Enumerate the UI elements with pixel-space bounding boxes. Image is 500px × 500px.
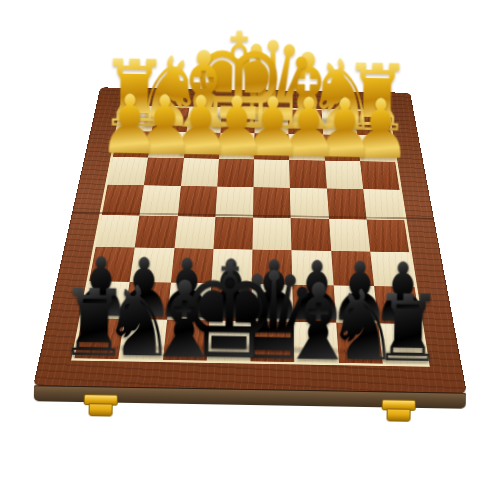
square-h6 xyxy=(89,247,135,282)
square-g5 xyxy=(135,215,177,248)
square-h4 xyxy=(102,185,144,215)
square-d1 xyxy=(254,109,288,134)
square-c7 xyxy=(293,285,336,323)
square-a5 xyxy=(366,219,409,252)
square-a6 xyxy=(370,251,415,286)
square-f1 xyxy=(186,108,222,133)
square-b7 xyxy=(333,285,378,323)
square-b4 xyxy=(327,189,367,220)
square-d7 xyxy=(251,284,293,322)
square-e8 xyxy=(206,320,251,361)
square-e7 xyxy=(209,283,252,321)
square-f4 xyxy=(177,186,217,216)
board-squares xyxy=(71,105,430,367)
square-e4 xyxy=(215,187,253,218)
square-c6 xyxy=(292,250,334,285)
square-f8 xyxy=(162,320,208,361)
square-e6 xyxy=(211,249,252,284)
chess-set-photo: ♜♞♝♛♚♝♞♜♟♟♟♟♟♟♟♟♟♟♟♟♟♟♟♟♜♞♝♛♚♝♞♜ xyxy=(0,0,500,500)
chess-board xyxy=(33,87,467,393)
square-f2 xyxy=(183,132,220,159)
square-b2 xyxy=(323,135,360,162)
square-a3 xyxy=(360,161,400,190)
square-c3 xyxy=(289,160,326,189)
square-e5 xyxy=(213,217,253,250)
square-b3 xyxy=(325,161,363,190)
square-h2 xyxy=(113,131,152,158)
square-g1 xyxy=(152,107,189,132)
square-h8 xyxy=(74,318,124,359)
square-c2 xyxy=(289,134,325,161)
square-a2 xyxy=(357,135,395,162)
chess-set: ♜♞♝♛♚♝♞♜♟♟♟♟♟♟♟♟♟♟♟♟♟♟♟♟♜♞♝♛♚♝♞♜ xyxy=(0,0,500,500)
square-d5 xyxy=(252,217,291,250)
square-a4 xyxy=(363,189,404,220)
square-g8 xyxy=(118,319,166,360)
square-g2 xyxy=(148,132,186,159)
square-c8 xyxy=(293,322,338,363)
square-h1 xyxy=(118,107,156,132)
square-b5 xyxy=(329,219,370,252)
square-a7 xyxy=(374,286,420,324)
square-b1 xyxy=(321,110,357,135)
square-f5 xyxy=(174,216,215,249)
brass-clasp-right xyxy=(382,399,416,411)
square-h3 xyxy=(108,157,149,185)
square-f7 xyxy=(167,282,212,320)
square-h7 xyxy=(82,281,130,319)
square-a8 xyxy=(378,323,427,364)
square-h5 xyxy=(96,215,140,248)
square-e2 xyxy=(219,133,255,160)
square-e3 xyxy=(217,159,254,188)
square-g7 xyxy=(124,282,170,320)
square-f6 xyxy=(171,248,214,283)
square-b8 xyxy=(336,323,383,364)
square-d4 xyxy=(253,187,291,218)
brass-clasp-left xyxy=(84,394,118,406)
square-d2 xyxy=(254,133,289,160)
square-a1 xyxy=(354,111,391,136)
square-c5 xyxy=(291,218,331,251)
square-g3 xyxy=(144,158,183,186)
square-d8 xyxy=(251,321,295,362)
square-c4 xyxy=(290,188,329,219)
square-c1 xyxy=(288,109,323,134)
square-e1 xyxy=(220,108,255,133)
square-d6 xyxy=(252,249,293,284)
square-g6 xyxy=(130,247,174,282)
square-b6 xyxy=(331,251,374,286)
square-d3 xyxy=(254,160,290,189)
square-g4 xyxy=(140,185,181,215)
square-f3 xyxy=(181,158,219,186)
